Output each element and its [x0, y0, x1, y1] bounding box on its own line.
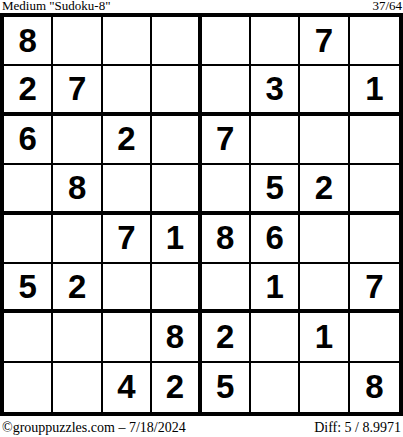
- cell-r4c3[interactable]: [103, 165, 152, 214]
- sudoku-board: 872731627852718652178214258: [0, 13, 403, 416]
- cell-r7c7: 1: [300, 313, 349, 362]
- puzzle-title: Medium "Sudoku-8": [2, 0, 110, 11]
- cell-r8c1[interactable]: [4, 363, 53, 412]
- cell-r6c7[interactable]: [300, 264, 349, 313]
- cell-r5c1[interactable]: [4, 215, 53, 264]
- cell-r2c6: 3: [251, 66, 300, 115]
- cell-r3c2[interactable]: [53, 116, 102, 165]
- cell-r8c3: 4: [103, 363, 152, 412]
- cell-r7c6[interactable]: [251, 313, 300, 362]
- cell-r4c4[interactable]: [152, 165, 201, 214]
- difficulty-text: Diff: 5 / 8.9971: [314, 420, 401, 436]
- cell-r1c2[interactable]: [53, 17, 102, 66]
- cell-r8c5: 5: [202, 363, 251, 412]
- cell-r3c5: 7: [202, 116, 251, 165]
- cell-r8c2[interactable]: [53, 363, 102, 412]
- cell-r6c6: 1: [251, 264, 300, 313]
- cell-r2c3[interactable]: [103, 66, 152, 115]
- cell-r3c3: 2: [103, 116, 152, 165]
- cell-r5c2[interactable]: [53, 215, 102, 264]
- cell-r1c4[interactable]: [152, 17, 201, 66]
- cell-r1c5[interactable]: [202, 17, 251, 66]
- cell-r1c7: 7: [300, 17, 349, 66]
- puzzle-footer: ©grouppuzzles.com – 7/18/2024 Diff: 5 / …: [0, 420, 403, 436]
- cell-r6c8: 7: [350, 264, 399, 313]
- cell-r6c4[interactable]: [152, 264, 201, 313]
- cell-r5c7[interactable]: [300, 215, 349, 264]
- cell-r2c1: 2: [4, 66, 53, 115]
- cell-r1c6[interactable]: [251, 17, 300, 66]
- cell-r2c2: 7: [53, 66, 102, 115]
- blank-count: 37/64: [372, 0, 402, 11]
- cell-r7c8[interactable]: [350, 313, 399, 362]
- cell-r5c3: 7: [103, 215, 152, 264]
- cell-r2c8: 1: [350, 66, 399, 115]
- cell-r8c6[interactable]: [251, 363, 300, 412]
- cell-r1c8[interactable]: [350, 17, 399, 66]
- cell-r7c2[interactable]: [53, 313, 102, 362]
- cell-r3c6[interactable]: [251, 116, 300, 165]
- cell-r2c7[interactable]: [300, 66, 349, 115]
- cell-r6c1: 5: [4, 264, 53, 313]
- cell-r5c5: 8: [202, 215, 251, 264]
- cell-r6c3[interactable]: [103, 264, 152, 313]
- cell-r8c4: 2: [152, 363, 201, 412]
- cell-r3c4[interactable]: [152, 116, 201, 165]
- cell-r1c1: 8: [4, 17, 53, 66]
- cell-r2c5[interactable]: [202, 66, 251, 115]
- cell-r4c2: 8: [53, 165, 102, 214]
- cell-r7c5: 2: [202, 313, 251, 362]
- cell-r5c4: 1: [152, 215, 201, 264]
- cell-r3c8[interactable]: [350, 116, 399, 165]
- cell-r4c8[interactable]: [350, 165, 399, 214]
- cell-r3c1: 6: [4, 116, 53, 165]
- cell-r8c7[interactable]: [300, 363, 349, 412]
- cell-r7c1[interactable]: [4, 313, 53, 362]
- cell-r4c6: 5: [251, 165, 300, 214]
- cell-r3c7[interactable]: [300, 116, 349, 165]
- cell-r5c6: 6: [251, 215, 300, 264]
- copyright-text: ©grouppuzzles.com – 7/18/2024: [2, 420, 186, 436]
- cell-r4c5[interactable]: [202, 165, 251, 214]
- cell-r6c5[interactable]: [202, 264, 251, 313]
- cell-r7c3[interactable]: [103, 313, 152, 362]
- cell-r7c4: 8: [152, 313, 201, 362]
- puzzle-header: Medium "Sudoku-8" 37/64: [0, 0, 403, 13]
- cell-r1c3[interactable]: [103, 17, 152, 66]
- cell-r8c8: 8: [350, 363, 399, 412]
- cell-r6c2: 2: [53, 264, 102, 313]
- cell-r4c1[interactable]: [4, 165, 53, 214]
- cell-r2c4[interactable]: [152, 66, 201, 115]
- cell-r4c7: 2: [300, 165, 349, 214]
- cell-r5c8[interactable]: [350, 215, 399, 264]
